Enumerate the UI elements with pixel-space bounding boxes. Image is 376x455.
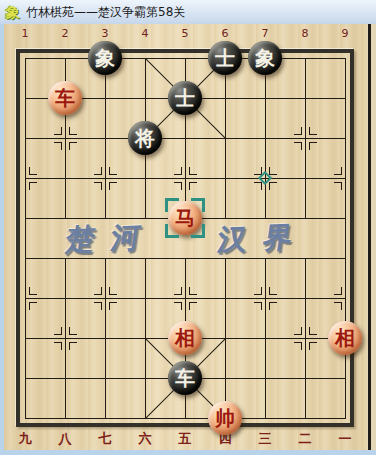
file-number-top: 6: [215, 27, 235, 40]
piece-black-elephant-right[interactable]: 象: [248, 41, 282, 75]
piece-black-general[interactable]: 将: [128, 121, 162, 155]
point-marker: [109, 302, 117, 310]
point-marker: [294, 342, 302, 350]
piece-black-advisor-center[interactable]: 士: [168, 81, 202, 115]
window-right-strip: [371, 24, 376, 450]
file-number-bottom: 五: [174, 430, 196, 448]
point-marker: [309, 342, 317, 350]
file-number-top: 4: [135, 27, 155, 40]
file-number-bottom: 六: [134, 430, 156, 448]
app-icon: 象: [6, 5, 20, 19]
grid-vline-top: [105, 58, 106, 219]
point-marker: [174, 302, 182, 310]
point-marker: [254, 302, 262, 310]
grid-vline-bottom: [105, 258, 106, 419]
selected-square-bracket: [165, 198, 205, 238]
file-number-top: 2: [55, 27, 75, 40]
point-marker: [254, 182, 262, 190]
point-marker: [29, 287, 37, 295]
point-marker: [69, 127, 77, 135]
bracket-corner: [165, 224, 179, 238]
point-marker: [309, 142, 317, 150]
file-number-top: 1: [15, 27, 35, 40]
file-number-top: 3: [95, 27, 115, 40]
point-marker: [294, 327, 302, 335]
grid-vline-top: [265, 58, 266, 219]
point-marker: [29, 182, 37, 190]
point-marker: [294, 127, 302, 135]
grid-vline-top: [305, 58, 306, 219]
point-marker: [334, 167, 342, 175]
point-marker: [69, 342, 77, 350]
point-marker: [309, 327, 317, 335]
point-marker: [334, 182, 342, 190]
grid-vline-bottom: [265, 258, 266, 419]
piece-black-elephant-left[interactable]: 象: [88, 41, 122, 75]
piece-black-advisor-right[interactable]: 士: [208, 41, 242, 75]
file-number-bottom: 三: [254, 430, 276, 448]
grid-vline-bottom: [65, 258, 66, 419]
file-number-top: 8: [295, 27, 315, 40]
point-marker: [189, 287, 197, 295]
point-marker: [269, 287, 277, 295]
point-marker: [94, 287, 102, 295]
app-window: 象 竹林棋苑——楚汉争霸第58关 123456789 象士象车士将马相相车帅 楚…: [0, 0, 376, 455]
point-marker: [69, 142, 77, 150]
point-marker: [189, 167, 197, 175]
point-marker: [94, 182, 102, 190]
point-marker: [109, 167, 117, 175]
point-marker: [309, 127, 317, 135]
point-marker: [294, 142, 302, 150]
point-marker: [29, 302, 37, 310]
piece-red-general[interactable]: 帅: [208, 401, 242, 435]
point-marker: [254, 287, 262, 295]
point-marker: [94, 167, 102, 175]
point-marker: [269, 302, 277, 310]
window-title: 竹林棋苑——楚汉争霸第58关: [26, 4, 185, 21]
point-marker: [334, 302, 342, 310]
file-number-top: 9: [335, 27, 355, 40]
file-number-top: 5: [175, 27, 195, 40]
point-marker: [29, 167, 37, 175]
piece-red-chariot[interactable]: 车: [48, 81, 82, 115]
river-label-han: 汉界: [215, 217, 311, 260]
point-marker: [109, 182, 117, 190]
point-marker: [54, 327, 62, 335]
piece-red-elephant-right[interactable]: 相: [328, 321, 362, 355]
title-bar: 象 竹林棋苑——楚汉争霸第58关: [0, 0, 376, 24]
piece-black-chariot[interactable]: 车: [168, 361, 202, 395]
point-marker: [174, 287, 182, 295]
grid-vline-bottom: [305, 258, 306, 419]
point-marker: [69, 327, 77, 335]
grid-vline: [345, 58, 346, 419]
point-marker: [109, 287, 117, 295]
point-marker: [54, 142, 62, 150]
river-label-chu: 楚河: [63, 217, 159, 260]
bracket-corner: [191, 224, 205, 238]
file-number-bottom: 七: [94, 430, 116, 448]
point-marker: [94, 302, 102, 310]
point-marker: [189, 302, 197, 310]
point-marker: [189, 182, 197, 190]
piece-red-elephant-center[interactable]: 相: [168, 321, 202, 355]
file-number-bottom: 九: [14, 430, 36, 448]
point-marker: [174, 182, 182, 190]
point-marker: [269, 182, 277, 190]
point-marker: [54, 127, 62, 135]
point-marker: [54, 342, 62, 350]
bracket-corner: [191, 198, 205, 212]
point-marker: [269, 167, 277, 175]
file-number-bottom: 二: [294, 430, 316, 448]
file-number-top: 7: [255, 27, 275, 40]
bracket-corner: [165, 198, 179, 212]
point-marker: [334, 287, 342, 295]
file-number-bottom: 一: [334, 430, 356, 448]
grid-vline: [25, 58, 26, 419]
xiangqi-board[interactable]: 123456789 象士象车士将马相相车帅 楚河 汉界 九八七六五四三二一: [4, 24, 370, 450]
point-marker: [174, 167, 182, 175]
file-number-bottom: 八: [54, 430, 76, 448]
